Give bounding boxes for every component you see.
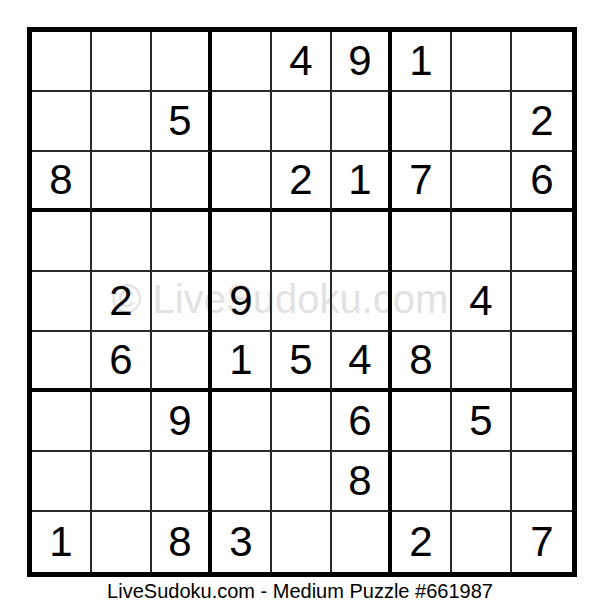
cell-r1c5[interactable]: 4 <box>272 32 332 92</box>
cell-r3c9[interactable]: 6 <box>512 152 572 212</box>
cell-r5c6[interactable] <box>332 272 392 332</box>
cell-r5c5[interactable] <box>272 272 332 332</box>
cell-r7c7[interactable] <box>392 392 452 452</box>
cell-r6c1[interactable] <box>32 332 92 392</box>
cell-r8c9[interactable] <box>512 452 572 512</box>
cell-r8c2[interactable] <box>92 452 152 512</box>
cell-r9c1[interactable]: 1 <box>32 512 92 572</box>
cell-r5c2[interactable]: 2 <box>92 272 152 332</box>
cell-r2c1[interactable] <box>32 92 92 152</box>
cell-r5c9[interactable] <box>512 272 572 332</box>
cell-r7c6[interactable]: 6 <box>332 392 392 452</box>
cell-r3c8[interactable] <box>452 152 512 212</box>
puzzle-caption: LiveSudoku.com - Medium Puzzle #661987 <box>0 580 600 602</box>
cell-r1c3[interactable] <box>152 32 212 92</box>
cell-r7c2[interactable] <box>92 392 152 452</box>
cell-r7c1[interactable] <box>32 392 92 452</box>
cell-r2c6[interactable] <box>332 92 392 152</box>
cell-r5c7[interactable] <box>392 272 452 332</box>
cell-r8c7[interactable] <box>392 452 452 512</box>
cell-r1c1[interactable] <box>32 32 92 92</box>
cell-r4c4[interactable] <box>212 212 272 272</box>
cell-r3c5[interactable]: 2 <box>272 152 332 212</box>
cell-r9c6[interactable] <box>332 512 392 572</box>
cell-r6c5[interactable]: 5 <box>272 332 332 392</box>
cell-r2c9[interactable]: 2 <box>512 92 572 152</box>
cell-r6c3[interactable] <box>152 332 212 392</box>
cell-r9c8[interactable] <box>452 512 512 572</box>
cell-r5c8[interactable]: 4 <box>452 272 512 332</box>
cell-r3c4[interactable] <box>212 152 272 212</box>
cell-r2c2[interactable] <box>92 92 152 152</box>
cell-r4c2[interactable] <box>92 212 152 272</box>
cell-r8c4[interactable] <box>212 452 272 512</box>
cell-r9c3[interactable]: 8 <box>152 512 212 572</box>
cell-r1c2[interactable] <box>92 32 152 92</box>
cell-r9c4[interactable]: 3 <box>212 512 272 572</box>
cell-r2c8[interactable] <box>452 92 512 152</box>
cell-r1c7[interactable]: 1 <box>392 32 452 92</box>
sudoku-board: 491528217629461548965818327 <box>27 27 577 577</box>
cell-r3c6[interactable]: 1 <box>332 152 392 212</box>
cell-r6c8[interactable] <box>452 332 512 392</box>
cell-r9c9[interactable]: 7 <box>512 512 572 572</box>
cell-r7c8[interactable]: 5 <box>452 392 512 452</box>
cell-r4c3[interactable] <box>152 212 212 272</box>
cell-r8c6[interactable]: 8 <box>332 452 392 512</box>
cell-r7c5[interactable] <box>272 392 332 452</box>
cell-r6c9[interactable] <box>512 332 572 392</box>
cell-r7c3[interactable]: 9 <box>152 392 212 452</box>
cell-r5c4[interactable]: 9 <box>212 272 272 332</box>
cell-r6c2[interactable]: 6 <box>92 332 152 392</box>
cell-r5c1[interactable] <box>32 272 92 332</box>
cell-r4c5[interactable] <box>272 212 332 272</box>
cell-r8c1[interactable] <box>32 452 92 512</box>
cell-r5c3[interactable] <box>152 272 212 332</box>
cell-r3c7[interactable]: 7 <box>392 152 452 212</box>
cell-r4c6[interactable] <box>332 212 392 272</box>
cell-r9c7[interactable]: 2 <box>392 512 452 572</box>
cell-r9c2[interactable] <box>92 512 152 572</box>
cell-r3c3[interactable] <box>152 152 212 212</box>
cell-r1c4[interactable] <box>212 32 272 92</box>
cell-r8c3[interactable] <box>152 452 212 512</box>
cell-r3c1[interactable]: 8 <box>32 152 92 212</box>
cell-r4c8[interactable] <box>452 212 512 272</box>
cell-r9c5[interactable] <box>272 512 332 572</box>
cell-r6c6[interactable]: 4 <box>332 332 392 392</box>
cell-r2c3[interactable]: 5 <box>152 92 212 152</box>
cell-r7c9[interactable] <box>512 392 572 452</box>
cell-r3c2[interactable] <box>92 152 152 212</box>
cell-r4c7[interactable] <box>392 212 452 272</box>
cell-r1c6[interactable]: 9 <box>332 32 392 92</box>
cell-r4c9[interactable] <box>512 212 572 272</box>
cell-r6c4[interactable]: 1 <box>212 332 272 392</box>
cell-r8c8[interactable] <box>452 452 512 512</box>
cell-r1c9[interactable] <box>512 32 572 92</box>
sudoku-page: © LiveSudoku.com 49152821762946154896581… <box>0 0 600 615</box>
cell-r2c7[interactable] <box>392 92 452 152</box>
cell-r4c1[interactable] <box>32 212 92 272</box>
cell-r6c7[interactable]: 8 <box>392 332 452 392</box>
cell-r7c4[interactable] <box>212 392 272 452</box>
cell-r2c4[interactable] <box>212 92 272 152</box>
cell-r2c5[interactable] <box>272 92 332 152</box>
cell-r8c5[interactable] <box>272 452 332 512</box>
cell-r1c8[interactable] <box>452 32 512 92</box>
